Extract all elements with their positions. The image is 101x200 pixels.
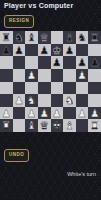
app-screen: Player vs Computer RESIGN ♜♞♝♛♝♞♜♟♟♟♚♟♟♟… (0, 0, 101, 200)
square-a2[interactable]: ♟ (0, 107, 13, 120)
undo-button[interactable]: UNDO (4, 149, 29, 162)
white-king: ♚ (51, 119, 64, 132)
white-pawn: ♟ (25, 69, 38, 82)
square-d4[interactable] (38, 82, 51, 95)
white-pawn: ♟ (13, 94, 26, 107)
square-e1[interactable]: ♚ (51, 119, 64, 132)
square-d6[interactable] (38, 56, 51, 69)
black-pawn: ♟ (13, 44, 26, 57)
square-d1[interactable]: ♛ (38, 119, 51, 132)
square-b4[interactable] (13, 82, 26, 95)
square-a1[interactable]: ♜ (0, 119, 13, 132)
square-e5[interactable] (51, 69, 64, 82)
square-h4[interactable] (88, 82, 101, 95)
white-queen: ♛ (38, 119, 51, 132)
square-f6[interactable] (63, 56, 76, 69)
square-g6[interactable]: ♟ (76, 56, 89, 69)
square-a5[interactable] (0, 69, 13, 82)
square-e4[interactable] (51, 82, 64, 95)
square-d8[interactable]: ♛ (38, 31, 51, 44)
square-h6[interactable]: ♟ (88, 56, 101, 69)
square-c4[interactable] (25, 82, 38, 95)
white-bishop: ♝ (63, 119, 76, 132)
resign-button[interactable]: RESIGN (4, 15, 34, 28)
white-pawn: ♟ (25, 107, 38, 120)
page-title: Player vs Computer (4, 2, 73, 9)
square-h8[interactable]: ♜ (88, 31, 101, 44)
square-e3[interactable] (51, 94, 64, 107)
square-f5[interactable] (63, 69, 76, 82)
white-pawn: ♟ (76, 69, 89, 82)
square-c6[interactable] (25, 56, 38, 69)
square-c8[interactable]: ♝ (25, 31, 38, 44)
square-g2[interactable]: ♟ (76, 107, 89, 120)
square-c5[interactable]: ♟ (25, 69, 38, 82)
black-knight: ♞ (13, 31, 26, 44)
white-pawn: ♟ (0, 107, 13, 120)
white-rook: ♜ (88, 119, 101, 132)
square-h7[interactable] (88, 44, 101, 57)
black-bishop: ♝ (63, 31, 76, 44)
chess-board: ♜♞♝♛♝♞♜♟♟♟♚♟♟♟♟♟♟♟♞♞♟♟♟♟♟♟♜♝♛♚♝♜ (0, 31, 101, 132)
square-e7[interactable]: ♚ (51, 44, 64, 57)
square-b8[interactable]: ♞ (13, 31, 26, 44)
square-a6[interactable] (0, 56, 13, 69)
square-d3[interactable] (38, 94, 51, 107)
square-d7[interactable]: ♟ (38, 44, 51, 57)
square-g7[interactable] (76, 44, 89, 57)
square-c1[interactable]: ♝ (25, 119, 38, 132)
black-pawn: ♟ (0, 44, 13, 57)
square-h2[interactable]: ♟ (88, 107, 101, 120)
black-pawn: ♟ (38, 44, 51, 57)
square-b7[interactable]: ♟ (13, 44, 26, 57)
white-bishop: ♝ (25, 119, 38, 132)
square-g8[interactable]: ♞ (76, 31, 89, 44)
square-e2[interactable]: ♟ (51, 107, 64, 120)
square-f2[interactable] (63, 107, 76, 120)
square-b6[interactable] (13, 56, 26, 69)
square-b2[interactable] (13, 107, 26, 120)
square-f3[interactable]: ♞ (63, 94, 76, 107)
square-c7[interactable] (25, 44, 38, 57)
square-h3[interactable] (88, 94, 101, 107)
black-king: ♚ (51, 44, 64, 57)
square-c3[interactable]: ♞ (25, 94, 38, 107)
square-f4[interactable] (63, 82, 76, 95)
square-d2[interactable]: ♟ (38, 107, 51, 120)
black-pawn: ♟ (51, 56, 64, 69)
black-pawn: ♟ (76, 56, 89, 69)
black-knight: ♞ (76, 31, 89, 44)
black-pawn: ♟ (88, 56, 101, 69)
black-rook: ♜ (0, 31, 13, 44)
square-h1[interactable]: ♜ (88, 119, 101, 132)
square-a8[interactable]: ♜ (0, 31, 13, 44)
square-g4[interactable] (76, 82, 89, 95)
square-g3[interactable] (76, 94, 89, 107)
square-f8[interactable]: ♝ (63, 31, 76, 44)
square-a4[interactable] (0, 82, 13, 95)
turn-status: White's turn (67, 171, 96, 177)
square-a3[interactable] (0, 94, 13, 107)
white-knight: ♞ (25, 94, 38, 107)
square-e8[interactable] (51, 31, 64, 44)
black-rook: ♜ (88, 31, 101, 44)
white-pawn: ♟ (38, 107, 51, 120)
white-knight: ♞ (63, 94, 76, 107)
square-f1[interactable]: ♝ (63, 119, 76, 132)
square-f7[interactable]: ♟ (63, 44, 76, 57)
white-rook: ♜ (0, 119, 13, 132)
white-pawn: ♟ (88, 107, 101, 120)
square-c2[interactable]: ♟ (25, 107, 38, 120)
square-g1[interactable] (76, 119, 89, 132)
white-pawn: ♟ (76, 107, 89, 120)
square-b5[interactable] (13, 69, 26, 82)
square-b1[interactable] (13, 119, 26, 132)
square-b3[interactable]: ♟ (13, 94, 26, 107)
square-h5[interactable] (88, 69, 101, 82)
black-bishop: ♝ (25, 31, 38, 44)
square-d5[interactable] (38, 69, 51, 82)
black-queen: ♛ (38, 31, 51, 44)
black-pawn: ♟ (63, 44, 76, 57)
square-a7[interactable]: ♟ (0, 44, 13, 57)
white-pawn: ♟ (51, 107, 64, 120)
square-e6[interactable]: ♟ (51, 56, 64, 69)
square-g5[interactable]: ♟ (76, 69, 89, 82)
